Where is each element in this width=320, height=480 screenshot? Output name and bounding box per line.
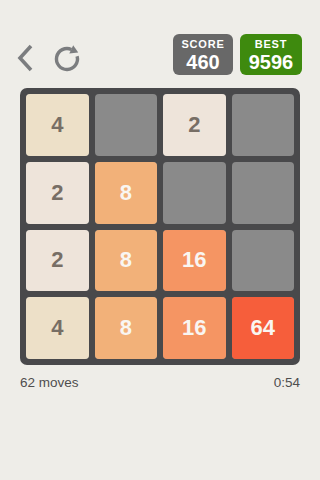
cell-r1c4 xyxy=(232,94,295,156)
cell-r3c1: 2 xyxy=(26,230,89,292)
cell-r3c3: 16 xyxy=(163,230,226,292)
cell-r1c1: 4 xyxy=(26,94,89,156)
tile-4: 4 xyxy=(26,94,89,156)
cell-r4c3: 16 xyxy=(163,297,226,359)
cell-r3c4 xyxy=(232,230,295,292)
cell-r3c2: 8 xyxy=(95,230,158,292)
moves-counter: 62 moves xyxy=(20,375,79,390)
cell-r4c1: 4 xyxy=(26,297,89,359)
best-badge: BEST 9596 xyxy=(240,34,302,75)
tile-16: 16 xyxy=(163,297,226,359)
best-label: BEST xyxy=(255,38,288,51)
cell-r4c4: 64 xyxy=(232,297,295,359)
cell-r2c2: 8 xyxy=(95,162,158,224)
restart-button[interactable] xyxy=(49,41,85,75)
chevron-left-icon xyxy=(15,44,35,72)
tile-64: 64 xyxy=(232,297,295,359)
tile-8: 8 xyxy=(95,162,158,224)
score-label: SCORE xyxy=(181,38,224,51)
tile-2: 2 xyxy=(26,230,89,292)
cell-r1c2 xyxy=(95,94,158,156)
board[interactable]: 42282816481664 xyxy=(20,88,300,365)
tile-16: 16 xyxy=(163,230,226,292)
status-bar: 62 moves 0:54 xyxy=(20,373,300,391)
cell-r2c1: 2 xyxy=(26,162,89,224)
refresh-icon xyxy=(51,42,83,74)
tile-8: 8 xyxy=(95,230,158,292)
tile-2: 2 xyxy=(163,94,226,156)
cell-r2c3 xyxy=(163,162,226,224)
cell-r4c2: 8 xyxy=(95,297,158,359)
tile-4: 4 xyxy=(26,297,89,359)
score-badge: SCORE 460 xyxy=(173,34,233,75)
score-value: 460 xyxy=(186,51,219,73)
app-screen: SCORE 460 BEST 9596 42282816481664 62 mo… xyxy=(0,0,320,480)
cell-r2c4 xyxy=(232,162,295,224)
back-button[interactable] xyxy=(12,42,38,74)
timer: 0:54 xyxy=(274,375,300,390)
tile-8: 8 xyxy=(95,297,158,359)
best-value: 9596 xyxy=(249,51,294,73)
tile-2: 2 xyxy=(26,162,89,224)
cell-r1c3: 2 xyxy=(163,94,226,156)
